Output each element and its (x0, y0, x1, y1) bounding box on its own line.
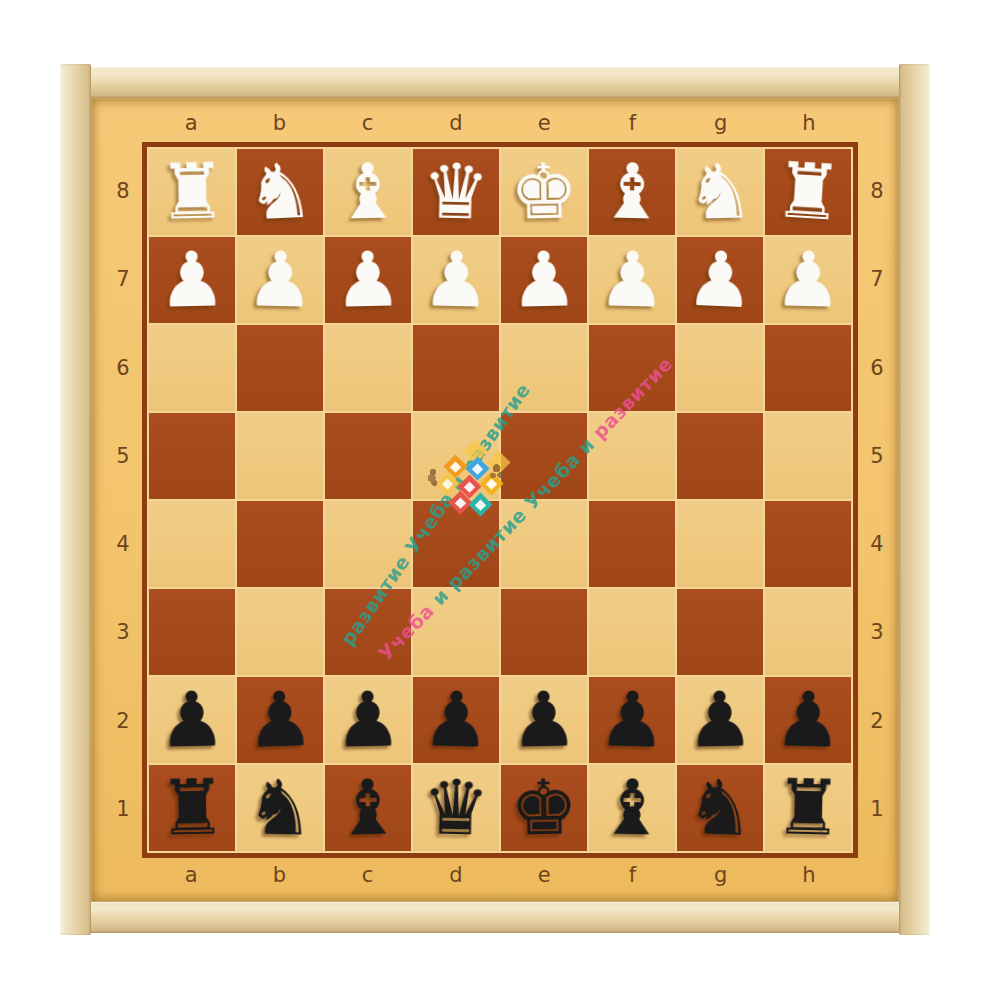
file-labels-top: abcdefgh (147, 106, 853, 140)
piece-black-pawn-c2[interactable]: ♟ (333, 676, 403, 763)
piece-white-pawn-b7[interactable]: ♟ (245, 236, 315, 324)
square-a3[interactable] (149, 589, 235, 675)
piece-black-pawn-a2[interactable]: ♟ (157, 676, 227, 763)
rank-label-2: 2 (104, 677, 142, 765)
square-d6[interactable] (413, 325, 499, 411)
square-g4[interactable] (677, 501, 763, 587)
square-c5[interactable] (325, 413, 411, 499)
piece-black-pawn-g2[interactable]: ♟ (685, 676, 755, 763)
file-label-f: f (588, 106, 676, 140)
piece-white-rook-a8[interactable]: ♜ (157, 148, 227, 235)
piece-white-king-e8[interactable]: ♚ (509, 148, 579, 235)
square-c2[interactable]: ♟ (325, 677, 411, 763)
square-b7[interactable]: ♟ (237, 237, 323, 323)
square-b3[interactable] (237, 589, 323, 675)
square-g2[interactable]: ♟ (677, 677, 763, 763)
file-label-d: d (412, 106, 500, 140)
product-photo: abcdefgh abcdefgh 87654321 87654321 ♜♞♝♛… (0, 0, 1000, 1000)
square-e3[interactable] (501, 589, 587, 675)
piece-black-knight-g1[interactable]: ♞ (684, 764, 755, 852)
piece-white-queen-d8[interactable]: ♛ (421, 148, 491, 236)
rank-labels-right: 87654321 (858, 147, 896, 853)
square-a5[interactable] (149, 413, 235, 499)
piece-white-pawn-d7[interactable]: ♟ (421, 236, 491, 324)
rank-label-7: 7 (104, 235, 142, 323)
piece-black-pawn-b2[interactable]: ♟ (244, 676, 315, 764)
rank-label-6: 6 (858, 324, 896, 412)
square-e8[interactable]: ♚ (501, 149, 587, 235)
piece-white-rook-h8[interactable]: ♜ (771, 147, 844, 237)
file-label-e: e (500, 106, 588, 140)
square-h4[interactable] (765, 501, 851, 587)
square-b6[interactable] (237, 325, 323, 411)
file-label-f: f (588, 858, 676, 892)
piece-white-pawn-e7[interactable]: ♟ (509, 236, 579, 323)
square-h5[interactable] (765, 413, 851, 499)
square-a8[interactable]: ♜ (149, 149, 235, 235)
piece-black-knight-b1[interactable]: ♞ (245, 764, 315, 852)
square-e2[interactable]: ♟ (501, 677, 587, 763)
square-d2[interactable]: ♟ (413, 677, 499, 763)
piece-white-pawn-a7[interactable]: ♟ (157, 236, 227, 323)
file-label-h: h (765, 858, 853, 892)
square-g7[interactable]: ♟ (677, 237, 763, 323)
square-g5[interactable] (677, 413, 763, 499)
rank-label-1: 1 (858, 765, 896, 853)
doodle-icon (488, 462, 505, 480)
rank-label-8: 8 (104, 147, 142, 235)
piece-black-pawn-h2[interactable]: ♟ (773, 676, 843, 764)
piece-white-knight-b8[interactable]: ♞ (244, 148, 316, 237)
rank-label-3: 3 (104, 588, 142, 676)
piece-black-bishop-c1[interactable]: ♝ (333, 764, 403, 851)
file-label-g: g (677, 106, 765, 140)
file-label-a: a (147, 858, 235, 892)
file-label-c: c (324, 858, 412, 892)
piece-black-rook-a1[interactable]: ♜ (157, 764, 227, 851)
square-c1[interactable]: ♝ (325, 765, 411, 851)
square-g1[interactable]: ♞ (677, 765, 763, 851)
piece-white-knight-g8[interactable]: ♞ (685, 148, 755, 235)
square-h8[interactable]: ♜ (765, 149, 851, 235)
piece-black-pawn-e2[interactable]: ♟ (509, 676, 579, 763)
rank-label-6: 6 (104, 324, 142, 412)
square-b5[interactable] (237, 413, 323, 499)
square-a4[interactable] (149, 501, 235, 587)
square-g8[interactable]: ♞ (677, 149, 763, 235)
square-f4[interactable] (589, 501, 675, 587)
doodle-icon (426, 466, 440, 486)
square-d8[interactable]: ♛ (413, 149, 499, 235)
file-labels-bottom: abcdefgh (147, 858, 853, 892)
square-e7[interactable]: ♟ (501, 237, 587, 323)
rank-label-5: 5 (104, 412, 142, 500)
piece-black-bishop-f1[interactable]: ♝ (597, 764, 667, 852)
watermark-logo (440, 442, 518, 520)
file-label-d: d (412, 858, 500, 892)
square-b8[interactable]: ♞ (237, 149, 323, 235)
piece-black-pawn-d2[interactable]: ♟ (421, 676, 491, 764)
square-f7[interactable]: ♟ (589, 237, 675, 323)
piece-black-pawn-f2[interactable]: ♟ (597, 676, 667, 764)
rank-label-2: 2 (858, 677, 896, 765)
square-g3[interactable] (677, 589, 763, 675)
square-h2[interactable]: ♟ (765, 677, 851, 763)
square-f2[interactable]: ♟ (589, 677, 675, 763)
file-label-e: e (500, 858, 588, 892)
square-d7[interactable]: ♟ (413, 237, 499, 323)
file-label-b: b (235, 106, 323, 140)
square-a1[interactable]: ♜ (149, 765, 235, 851)
square-a7[interactable]: ♟ (149, 237, 235, 323)
square-c7[interactable]: ♟ (325, 237, 411, 323)
square-h3[interactable] (765, 589, 851, 675)
rank-label-4: 4 (104, 500, 142, 588)
rank-label-3: 3 (858, 588, 896, 676)
square-f8[interactable]: ♝ (589, 149, 675, 235)
rank-label-5: 5 (858, 412, 896, 500)
square-e1[interactable]: ♚ (501, 765, 587, 851)
piece-white-pawn-g7[interactable]: ♟ (684, 236, 756, 325)
frame-top-plank (76, 67, 916, 98)
logo-diamond-icon (468, 492, 492, 516)
piece-white-pawn-f7[interactable]: ♟ (597, 236, 667, 324)
frame-bottom-plank (76, 902, 916, 933)
frame-left-plank (60, 64, 91, 935)
square-d1[interactable]: ♛ (413, 765, 499, 851)
square-f1[interactable]: ♝ (589, 765, 675, 851)
piece-white-pawn-h7[interactable]: ♟ (773, 236, 843, 324)
rank-label-7: 7 (858, 235, 896, 323)
square-b2[interactable]: ♟ (237, 677, 323, 763)
rank-labels-left: 87654321 (104, 147, 142, 853)
file-label-g: g (677, 858, 765, 892)
rank-label-1: 1 (104, 765, 142, 853)
square-h7[interactable]: ♟ (765, 237, 851, 323)
piece-black-queen-d1[interactable]: ♛ (421, 764, 491, 852)
square-a6[interactable] (149, 325, 235, 411)
piece-black-king-e1[interactable]: ♚ (509, 764, 579, 851)
piece-white-bishop-f8[interactable]: ♝ (597, 148, 667, 236)
square-b1[interactable]: ♞ (237, 765, 323, 851)
piece-white-bishop-c8[interactable]: ♝ (333, 148, 403, 235)
rank-label-8: 8 (858, 147, 896, 235)
square-f3[interactable] (589, 589, 675, 675)
square-h6[interactable] (765, 325, 851, 411)
square-b4[interactable] (237, 501, 323, 587)
file-label-b: b (235, 858, 323, 892)
square-c8[interactable]: ♝ (325, 149, 411, 235)
rank-label-4: 4 (858, 500, 896, 588)
piece-black-rook-h1[interactable]: ♜ (773, 764, 843, 852)
square-c6[interactable] (325, 325, 411, 411)
frame-right-plank (899, 64, 930, 935)
square-h1[interactable]: ♜ (765, 765, 851, 851)
piece-white-pawn-c7[interactable]: ♟ (333, 236, 403, 323)
square-g6[interactable] (677, 325, 763, 411)
file-label-h: h (765, 106, 853, 140)
file-label-a: a (147, 106, 235, 140)
file-label-c: c (324, 106, 412, 140)
square-a2[interactable]: ♟ (149, 677, 235, 763)
